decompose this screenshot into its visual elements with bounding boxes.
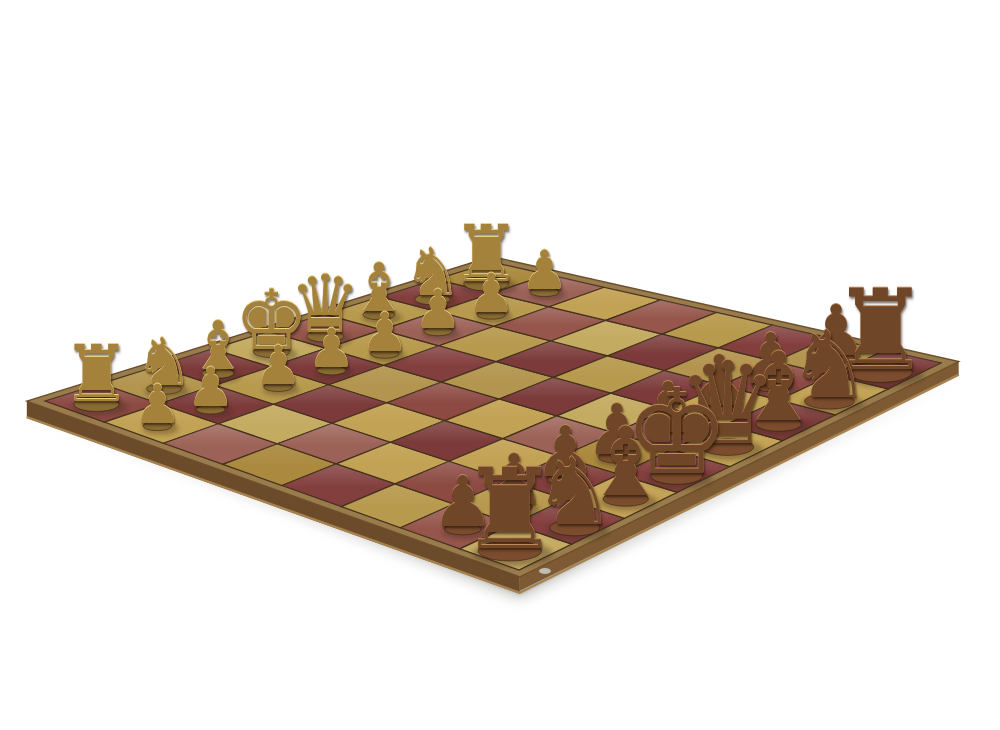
piece-white-rook-h1[interactable]: ♜: [460, 453, 560, 564]
piece-black-pawn-b7[interactable]: ♟: [467, 266, 515, 320]
piece-black-rook-h8[interactable]: ♜: [62, 335, 132, 413]
piece-black-pawn-a7[interactable]: ♟: [520, 244, 568, 298]
chess-set-photo: ♜♟♞♟♝♟♛♚♟♟♟♜♝♟♟♞♞♜♟♟♝♟♟♛♟♚♟♝♟♞♟♜: [0, 0, 1000, 730]
piece-black-pawn-c7[interactable]: ♟: [414, 283, 462, 337]
piece-black-pawn-h7[interactable]: ♟: [133, 378, 181, 432]
piece-black-pawn-g7[interactable]: ♟: [187, 361, 235, 415]
piece-black-pawn-e7[interactable]: ♟: [307, 322, 355, 376]
piece-black-pawn-d7[interactable]: ♟: [360, 305, 408, 359]
piece-black-pawn-f7[interactable]: ♟: [254, 338, 302, 392]
